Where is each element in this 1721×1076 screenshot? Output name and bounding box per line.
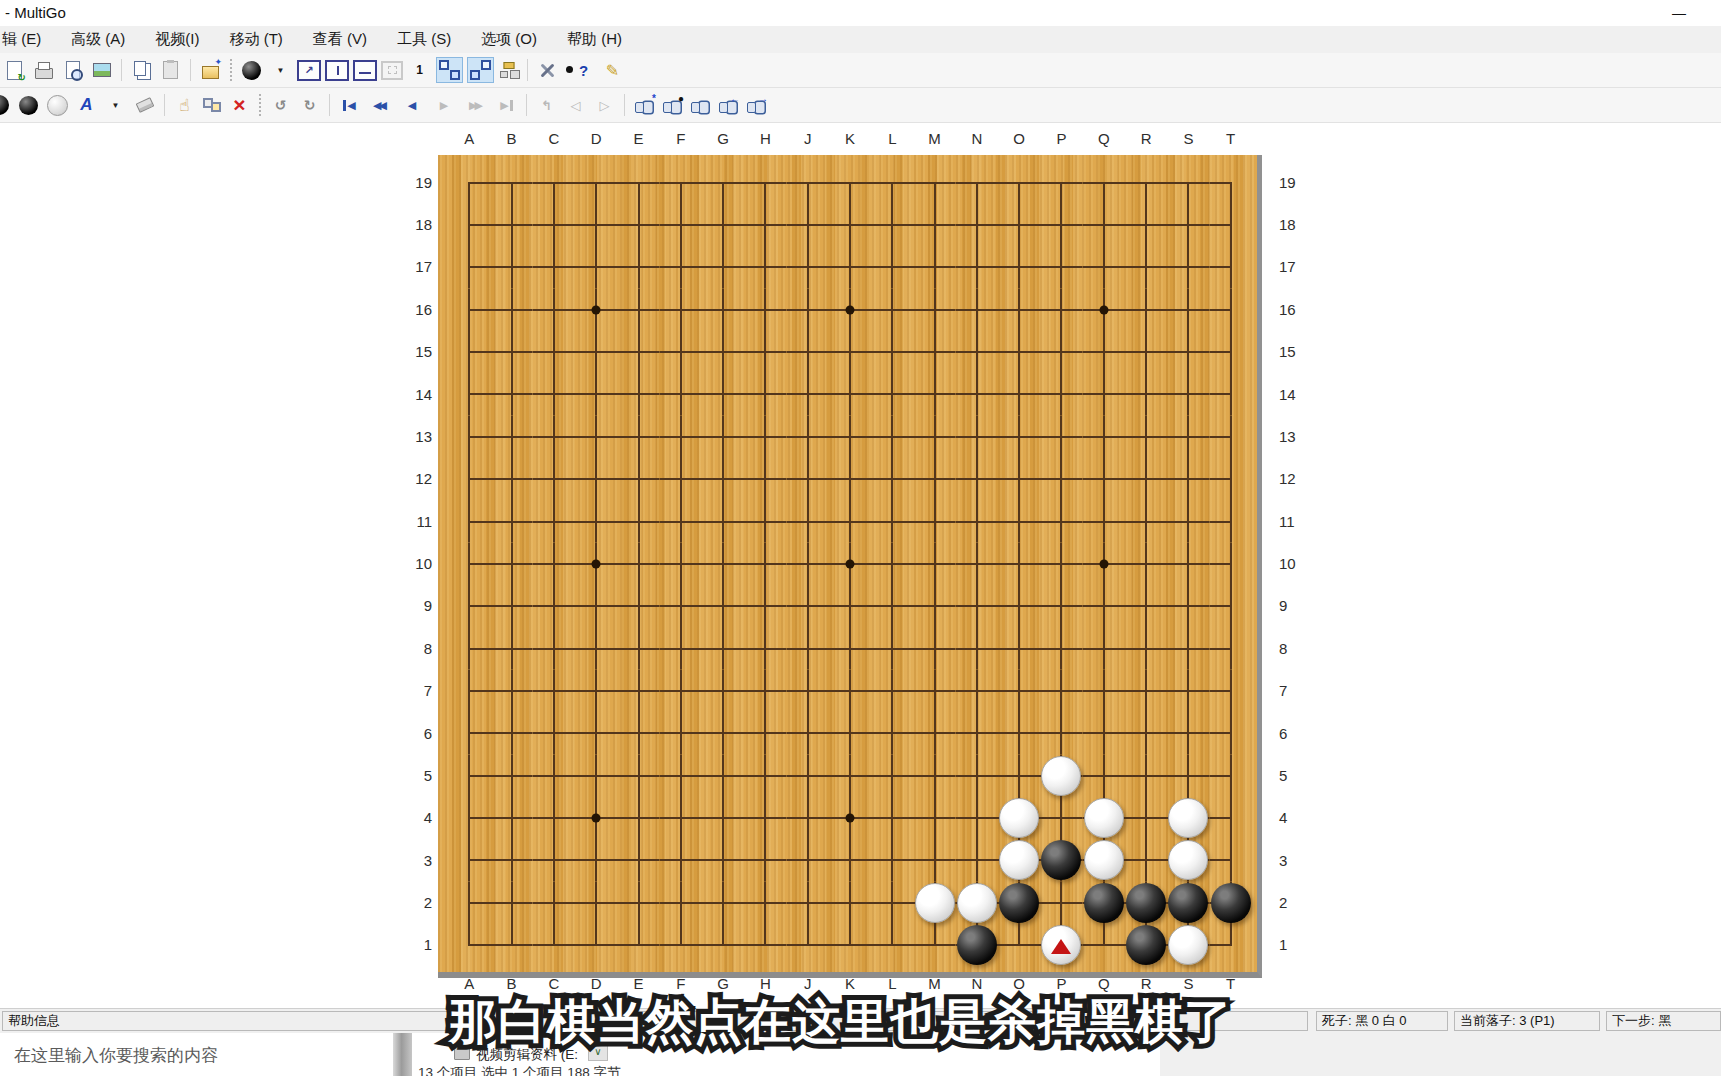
intersection-L11[interactable] (871, 500, 913, 542)
intersection-A16[interactable] (448, 289, 490, 331)
intersection-E4[interactable] (617, 797, 659, 839)
intersection-P11[interactable] (1040, 500, 1082, 542)
intersection-J11[interactable] (787, 500, 829, 542)
intersection-R18[interactable] (1125, 204, 1167, 246)
move-number-dropdown-icon[interactable]: ▼ (268, 57, 293, 83)
intersection-L14[interactable] (871, 373, 913, 415)
org-chart-icon[interactable] (498, 61, 520, 79)
intersection-T15[interactable] (1210, 331, 1252, 373)
intersection-E13[interactable] (617, 416, 659, 458)
tree-layout-2-icon[interactable] (467, 57, 494, 83)
intersection-G9[interactable] (702, 585, 744, 627)
intersection-S7[interactable] (1167, 670, 1209, 712)
intersection-B13[interactable] (490, 416, 532, 458)
intersection-G18[interactable] (702, 204, 744, 246)
intersection-R6[interactable] (1125, 712, 1167, 754)
intersection-F6[interactable] (660, 712, 702, 754)
intersection-L5[interactable] (871, 755, 913, 797)
intersection-M13[interactable] (913, 416, 955, 458)
intersection-J8[interactable] (787, 627, 829, 669)
intersection-D3[interactable] (575, 839, 617, 881)
intersection-R1[interactable] (1125, 924, 1167, 966)
forward-10-moves-icon[interactable]: ▶▶ (462, 92, 490, 118)
intersection-R13[interactable] (1125, 416, 1167, 458)
edit-brush-icon[interactable]: ✎ (600, 57, 625, 83)
intersection-A12[interactable] (448, 458, 490, 500)
intersection-R9[interactable] (1125, 585, 1167, 627)
delete-node-icon[interactable]: × (227, 92, 252, 118)
intersection-S9[interactable] (1167, 585, 1209, 627)
intersection-P5[interactable] (1040, 755, 1082, 797)
intersection-S13[interactable] (1167, 416, 1209, 458)
intersection-P1[interactable] (1040, 924, 1082, 966)
intersection-G16[interactable] (702, 289, 744, 331)
intersection-M6[interactable] (913, 712, 955, 754)
intersection-N12[interactable] (956, 458, 998, 500)
intersection-L12[interactable] (871, 458, 913, 500)
intersection-H11[interactable] (744, 500, 786, 542)
intersection-Q6[interactable] (1083, 712, 1125, 754)
white-stone-S3[interactable] (1168, 840, 1208, 880)
intersection-D11[interactable] (575, 500, 617, 542)
split-horizontal-icon[interactable] (353, 60, 377, 81)
intersection-K6[interactable] (829, 712, 871, 754)
intersection-F17[interactable] (660, 246, 702, 288)
intersection-Q2[interactable] (1083, 882, 1125, 924)
intersection-C3[interactable] (533, 839, 575, 881)
intersection-L1[interactable] (871, 924, 913, 966)
intersection-M1[interactable] (913, 924, 955, 966)
intersection-H2[interactable] (744, 882, 786, 924)
intersection-G3[interactable] (702, 839, 744, 881)
intersection-K3[interactable] (829, 839, 871, 881)
intersection-M8[interactable] (913, 627, 955, 669)
intersection-K19[interactable] (829, 162, 871, 204)
intersection-L18[interactable] (871, 204, 913, 246)
white-stone-P5[interactable] (1041, 756, 1081, 796)
white-stone-Q4[interactable] (1084, 798, 1124, 838)
intersection-T19[interactable] (1210, 162, 1252, 204)
intersection-R15[interactable] (1125, 331, 1167, 373)
intersection-D1[interactable] (575, 924, 617, 966)
intersection-R16[interactable] (1125, 289, 1167, 331)
intersection-P18[interactable] (1040, 204, 1082, 246)
intersection-C6[interactable] (533, 712, 575, 754)
next-variation-icon[interactable]: ▷ (592, 92, 617, 118)
intersection-J9[interactable] (787, 585, 829, 627)
rotate-right-icon[interactable]: ↻ (297, 92, 322, 118)
intersection-E7[interactable] (617, 670, 659, 712)
intersection-M4[interactable] (913, 797, 955, 839)
intersection-B10[interactable] (490, 543, 532, 585)
intersection-L9[interactable] (871, 585, 913, 627)
intersection-D4[interactable] (575, 797, 617, 839)
intersection-N19[interactable] (956, 162, 998, 204)
intersection-F4[interactable] (660, 797, 702, 839)
intersection-J12[interactable] (787, 458, 829, 500)
menu-video[interactable]: 视频(I) (140, 26, 214, 53)
white-stone-M2[interactable] (915, 883, 955, 923)
intersection-T16[interactable] (1210, 289, 1252, 331)
white-stone-O4[interactable] (999, 798, 1039, 838)
intersection-L10[interactable] (871, 543, 913, 585)
intersection-C9[interactable] (533, 585, 575, 627)
intersection-C15[interactable] (533, 331, 575, 373)
intersection-G1[interactable] (702, 924, 744, 966)
tools-icon[interactable] (535, 57, 560, 83)
intersection-B15[interactable] (490, 331, 532, 373)
intersection-M14[interactable] (913, 373, 955, 415)
intersection-O10[interactable] (998, 543, 1040, 585)
intersection-A5[interactable] (448, 755, 490, 797)
intersection-D9[interactable] (575, 585, 617, 627)
first-move-icon[interactable]: ◀ (337, 92, 362, 118)
black-stone-O2[interactable] (999, 883, 1039, 923)
intersection-L6[interactable] (871, 712, 913, 754)
intersection-P19[interactable] (1040, 162, 1082, 204)
intersection-M12[interactable] (913, 458, 955, 500)
intersection-F5[interactable] (660, 755, 702, 797)
menu-move[interactable]: 移动 (T) (215, 26, 298, 53)
white-stone-N2[interactable] (957, 883, 997, 923)
intersection-C4[interactable] (533, 797, 575, 839)
intersection-B14[interactable] (490, 373, 532, 415)
intersection-Q12[interactable] (1083, 458, 1125, 500)
intersection-T9[interactable] (1210, 585, 1252, 627)
intersection-T4[interactable] (1210, 797, 1252, 839)
intersection-K15[interactable] (829, 331, 871, 373)
intersection-S1[interactable] (1167, 924, 1209, 966)
intersection-T7[interactable] (1210, 670, 1252, 712)
intersection-O17[interactable] (998, 246, 1040, 288)
intersection-D18[interactable] (575, 204, 617, 246)
intersection-G19[interactable] (702, 162, 744, 204)
intersection-G6[interactable] (702, 712, 744, 754)
intersection-F1[interactable] (660, 924, 702, 966)
menu-options[interactable]: 选项 (O) (466, 26, 552, 53)
intersection-D16[interactable] (575, 289, 617, 331)
back-10-moves-icon[interactable]: ◀◀ (366, 92, 394, 118)
label-dropdown-icon[interactable]: ▼ (103, 92, 128, 118)
intersection-R2[interactable] (1125, 882, 1167, 924)
intersection-J14[interactable] (787, 373, 829, 415)
copy-icon[interactable] (129, 57, 154, 83)
intersection-N13[interactable] (956, 416, 998, 458)
intersection-Q8[interactable] (1083, 627, 1125, 669)
intersection-D6[interactable] (575, 712, 617, 754)
intersection-P10[interactable] (1040, 543, 1082, 585)
intersection-J1[interactable] (787, 924, 829, 966)
intersection-B7[interactable] (490, 670, 532, 712)
intersection-Q19[interactable] (1083, 162, 1125, 204)
intersection-H3[interactable] (744, 839, 786, 881)
intersection-C11[interactable] (533, 500, 575, 542)
intersection-S6[interactable] (1167, 712, 1209, 754)
intersection-G17[interactable] (702, 246, 744, 288)
intersection-J19[interactable] (787, 162, 829, 204)
intersection-T6[interactable] (1210, 712, 1252, 754)
intersection-G7[interactable] (702, 670, 744, 712)
intersection-D5[interactable] (575, 755, 617, 797)
intersection-H1[interactable] (744, 924, 786, 966)
intersection-Q15[interactable] (1083, 331, 1125, 373)
intersection-N14[interactable] (956, 373, 998, 415)
intersection-F14[interactable] (660, 373, 702, 415)
intersection-B5[interactable] (490, 755, 532, 797)
intersection-P3[interactable] (1040, 839, 1082, 881)
intersection-A6[interactable] (448, 712, 490, 754)
intersection-C18[interactable] (533, 204, 575, 246)
intersection-D15[interactable] (575, 331, 617, 373)
intersection-H13[interactable] (744, 416, 786, 458)
intersection-J3[interactable] (787, 839, 829, 881)
intersection-K10[interactable] (829, 543, 871, 585)
intersection-D7[interactable] (575, 670, 617, 712)
minimize-button[interactable]: — (1662, 2, 1696, 24)
intersection-F19[interactable] (660, 162, 702, 204)
intersection-A19[interactable] (448, 162, 490, 204)
intersection-B19[interactable] (490, 162, 532, 204)
intersection-K14[interactable] (829, 373, 871, 415)
intersection-M17[interactable] (913, 246, 955, 288)
intersection-P8[interactable] (1040, 627, 1082, 669)
intersection-E2[interactable] (617, 882, 659, 924)
intersection-M19[interactable] (913, 162, 955, 204)
intersection-G5[interactable] (702, 755, 744, 797)
white-stone-P1[interactable] (1041, 925, 1081, 965)
intersection-T13[interactable] (1210, 416, 1252, 458)
explorer-dropdown-icon[interactable]: ∨ (588, 1042, 608, 1061)
intersection-A7[interactable] (448, 670, 490, 712)
intersection-G11[interactable] (702, 500, 744, 542)
intersection-B16[interactable] (490, 289, 532, 331)
intersection-L2[interactable] (871, 882, 913, 924)
intersection-J7[interactable] (787, 670, 829, 712)
intersection-K11[interactable] (829, 500, 871, 542)
intersection-J17[interactable] (787, 246, 829, 288)
intersection-Q3[interactable] (1083, 839, 1125, 881)
intersection-E10[interactable] (617, 543, 659, 585)
intersection-H6[interactable] (744, 712, 786, 754)
intersection-F18[interactable] (660, 204, 702, 246)
intersection-T3[interactable] (1210, 839, 1252, 881)
white-stone-O3[interactable] (999, 840, 1039, 880)
intersection-G10[interactable] (702, 543, 744, 585)
intersection-S15[interactable] (1167, 331, 1209, 373)
intersection-K18[interactable] (829, 204, 871, 246)
intersection-G15[interactable] (702, 331, 744, 373)
intersection-T1[interactable] (1210, 924, 1252, 966)
intersection-E3[interactable] (617, 839, 659, 881)
intersection-K2[interactable] (829, 882, 871, 924)
menu-tools[interactable]: 工具 (S) (382, 26, 466, 53)
intersection-S14[interactable] (1167, 373, 1209, 415)
intersection-N2[interactable] (956, 882, 998, 924)
intersection-C2[interactable] (533, 882, 575, 924)
intersection-P9[interactable] (1040, 585, 1082, 627)
intersection-O14[interactable] (998, 373, 1040, 415)
find-prev-icon[interactable]: ← (716, 95, 740, 115)
intersection-E19[interactable] (617, 162, 659, 204)
intersection-Q10[interactable] (1083, 543, 1125, 585)
intersection-S10[interactable] (1167, 543, 1209, 585)
intersection-Q14[interactable] (1083, 373, 1125, 415)
intersection-K9[interactable] (829, 585, 871, 627)
black-stone-R2[interactable] (1126, 883, 1166, 923)
intersection-N9[interactable] (956, 585, 998, 627)
intersection-F2[interactable] (660, 882, 702, 924)
intersection-O9[interactable] (998, 585, 1040, 627)
intersection-H9[interactable] (744, 585, 786, 627)
intersection-Q7[interactable] (1083, 670, 1125, 712)
intersection-E8[interactable] (617, 627, 659, 669)
intersection-F16[interactable] (660, 289, 702, 331)
intersection-L19[interactable] (871, 162, 913, 204)
intersection-B18[interactable] (490, 204, 532, 246)
print-preview-icon[interactable] (60, 57, 85, 83)
intersection-O1[interactable] (998, 924, 1040, 966)
intersection-M7[interactable] (913, 670, 955, 712)
intersection-S17[interactable] (1167, 246, 1209, 288)
intersection-T18[interactable] (1210, 204, 1252, 246)
intersection-G2[interactable] (702, 882, 744, 924)
intersection-L8[interactable] (871, 627, 913, 669)
last-move-icon[interactable]: ▶ (494, 92, 519, 118)
intersection-H19[interactable] (744, 162, 786, 204)
intersection-K12[interactable] (829, 458, 871, 500)
white-stone-tool-icon[interactable] (45, 92, 70, 118)
intersection-B12[interactable] (490, 458, 532, 500)
intersection-E15[interactable] (617, 331, 659, 373)
intersection-J15[interactable] (787, 331, 829, 373)
intersection-M11[interactable] (913, 500, 955, 542)
intersection-D8[interactable] (575, 627, 617, 669)
intersection-E1[interactable] (617, 924, 659, 966)
taskbar-search[interactable]: 在这里输入你要搜索的内容 (0, 1033, 393, 1076)
intersection-Q4[interactable] (1083, 797, 1125, 839)
rotate-left-icon[interactable]: ↺ (268, 92, 293, 118)
intersection-O18[interactable] (998, 204, 1040, 246)
intersection-L15[interactable] (871, 331, 913, 373)
intersection-P14[interactable] (1040, 373, 1082, 415)
intersection-B11[interactable] (490, 500, 532, 542)
intersection-Q5[interactable] (1083, 755, 1125, 797)
intersection-N11[interactable] (956, 500, 998, 542)
intersection-A9[interactable] (448, 585, 490, 627)
intersection-C16[interactable] (533, 289, 575, 331)
intersection-D14[interactable] (575, 373, 617, 415)
intersection-H17[interactable] (744, 246, 786, 288)
intersection-N16[interactable] (956, 289, 998, 331)
move-number-stone-icon[interactable]: 8 (239, 57, 264, 83)
intersection-R7[interactable] (1125, 670, 1167, 712)
intersection-Q18[interactable] (1083, 204, 1125, 246)
intersection-O19[interactable] (998, 162, 1040, 204)
intersection-O11[interactable] (998, 500, 1040, 542)
intersection-G8[interactable] (702, 627, 744, 669)
intersection-O6[interactable] (998, 712, 1040, 754)
intersection-A10[interactable] (448, 543, 490, 585)
intersection-R12[interactable] (1125, 458, 1167, 500)
intersection-R5[interactable] (1125, 755, 1167, 797)
white-stone-S4[interactable] (1168, 798, 1208, 838)
black-stone-N1[interactable] (957, 925, 997, 965)
intersection-F7[interactable] (660, 670, 702, 712)
paste-icon[interactable] (158, 57, 183, 83)
intersection-E9[interactable] (617, 585, 659, 627)
intersection-A17[interactable] (448, 246, 490, 288)
intersection-B9[interactable] (490, 585, 532, 627)
black-stone-Q2[interactable] (1084, 883, 1124, 923)
black-stone-P3[interactable] (1041, 840, 1081, 880)
intersection-K8[interactable] (829, 627, 871, 669)
intersection-E18[interactable] (617, 204, 659, 246)
up-variation-icon[interactable]: ↰ (534, 92, 559, 118)
intersection-O7[interactable] (998, 670, 1040, 712)
intersection-F15[interactable] (660, 331, 702, 373)
intersection-C14[interactable] (533, 373, 575, 415)
intersection-T12[interactable] (1210, 458, 1252, 500)
intersection-L7[interactable] (871, 670, 913, 712)
intersection-S2[interactable] (1167, 882, 1209, 924)
intersection-D2[interactable] (575, 882, 617, 924)
intersection-N17[interactable] (956, 246, 998, 288)
intersection-H4[interactable] (744, 797, 786, 839)
intersection-P15[interactable] (1040, 331, 1082, 373)
intersection-T11[interactable] (1210, 500, 1252, 542)
intersection-M2[interactable] (913, 882, 955, 924)
intersection-N8[interactable] (956, 627, 998, 669)
intersection-E12[interactable] (617, 458, 659, 500)
intersection-T10[interactable] (1210, 543, 1252, 585)
intersection-N3[interactable] (956, 839, 998, 881)
intersection-A8[interactable] (448, 627, 490, 669)
prev-variation-icon[interactable]: ◁ (563, 92, 588, 118)
intersection-G14[interactable] (702, 373, 744, 415)
intersection-D12[interactable] (575, 458, 617, 500)
intersection-A2[interactable] (448, 882, 490, 924)
intersection-P4[interactable] (1040, 797, 1082, 839)
intersection-K4[interactable] (829, 797, 871, 839)
intersection-B6[interactable] (490, 712, 532, 754)
menu-help[interactable]: 帮助 (H) (552, 26, 637, 53)
export-image-icon[interactable] (89, 57, 114, 83)
find-new-icon[interactable]: * (632, 95, 656, 115)
intersection-C8[interactable] (533, 627, 575, 669)
intersection-D17[interactable] (575, 246, 617, 288)
intersection-C5[interactable] (533, 755, 575, 797)
intersection-S19[interactable] (1167, 162, 1209, 204)
intersection-N15[interactable] (956, 331, 998, 373)
intersection-O15[interactable] (998, 331, 1040, 373)
intersection-Q17[interactable] (1083, 246, 1125, 288)
intersection-L16[interactable] (871, 289, 913, 331)
intersection-O5[interactable] (998, 755, 1040, 797)
intersection-E17[interactable] (617, 246, 659, 288)
intersection-R8[interactable] (1125, 627, 1167, 669)
intersection-S3[interactable] (1167, 839, 1209, 881)
intersection-S4[interactable] (1167, 797, 1209, 839)
intersection-O13[interactable] (998, 416, 1040, 458)
show-move-numbers-icon[interactable]: 1 (407, 57, 432, 83)
black-stone-tool-icon[interactable] (16, 92, 41, 118)
context-help-icon[interactable]: ? (564, 57, 596, 83)
intersection-M5[interactable] (913, 755, 955, 797)
intersection-J16[interactable] (787, 289, 829, 331)
intersection-K17[interactable] (829, 246, 871, 288)
intersection-M18[interactable] (913, 204, 955, 246)
intersection-P13[interactable] (1040, 416, 1082, 458)
